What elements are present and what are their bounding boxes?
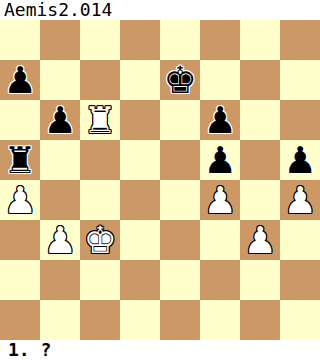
square-a7[interactable]: ♟ xyxy=(0,60,40,100)
black-pawn: ♟ xyxy=(3,62,36,99)
square-g1[interactable] xyxy=(240,300,280,340)
square-c5[interactable] xyxy=(80,140,120,180)
square-g2[interactable] xyxy=(240,260,280,300)
white-pawn: ♟ xyxy=(3,182,36,219)
black-pawn: ♟ xyxy=(203,102,236,139)
black-pawn: ♟ xyxy=(43,102,76,139)
white-pawn: ♟ xyxy=(283,182,316,219)
white-pawn: ♟ xyxy=(203,182,236,219)
white-pawn: ♟ xyxy=(43,222,76,259)
square-a2[interactable] xyxy=(0,260,40,300)
square-e4[interactable] xyxy=(160,180,200,220)
square-g7[interactable] xyxy=(240,60,280,100)
square-f6[interactable]: ♟ xyxy=(200,100,240,140)
square-b3[interactable]: ♟ xyxy=(40,220,80,260)
square-c7[interactable] xyxy=(80,60,120,100)
black-pawn: ♟ xyxy=(283,142,316,179)
square-d8[interactable] xyxy=(120,20,160,60)
square-g3[interactable]: ♟ xyxy=(240,220,280,260)
square-f4[interactable]: ♟ xyxy=(200,180,240,220)
square-h5[interactable]: ♟ xyxy=(280,140,320,180)
square-e8[interactable] xyxy=(160,20,200,60)
square-b8[interactable] xyxy=(40,20,80,60)
square-d3[interactable] xyxy=(120,220,160,260)
square-f1[interactable] xyxy=(200,300,240,340)
black-rook: ♜ xyxy=(3,142,36,179)
white-rook: ♜ xyxy=(83,102,116,139)
move-prompt: 1. ? xyxy=(0,340,320,360)
square-a1[interactable] xyxy=(0,300,40,340)
square-h2[interactable] xyxy=(280,260,320,300)
square-g4[interactable] xyxy=(240,180,280,220)
black-pawn: ♟ xyxy=(203,142,236,179)
square-e5[interactable] xyxy=(160,140,200,180)
square-e3[interactable] xyxy=(160,220,200,260)
black-king: ♚ xyxy=(163,62,196,99)
square-g6[interactable] xyxy=(240,100,280,140)
square-a6[interactable] xyxy=(0,100,40,140)
white-pawn: ♟ xyxy=(243,222,276,259)
square-c6[interactable]: ♜ xyxy=(80,100,120,140)
square-h8[interactable] xyxy=(280,20,320,60)
square-b1[interactable] xyxy=(40,300,80,340)
square-c8[interactable] xyxy=(80,20,120,60)
square-d6[interactable] xyxy=(120,100,160,140)
square-e1[interactable] xyxy=(160,300,200,340)
square-e6[interactable] xyxy=(160,100,200,140)
square-h4[interactable]: ♟ xyxy=(280,180,320,220)
square-b6[interactable]: ♟ xyxy=(40,100,80,140)
square-d4[interactable] xyxy=(120,180,160,220)
square-c4[interactable] xyxy=(80,180,120,220)
square-a8[interactable] xyxy=(0,20,40,60)
square-f7[interactable] xyxy=(200,60,240,100)
square-d2[interactable] xyxy=(120,260,160,300)
square-d7[interactable] xyxy=(120,60,160,100)
square-c3[interactable]: ♚ xyxy=(80,220,120,260)
square-a4[interactable]: ♟ xyxy=(0,180,40,220)
square-b2[interactable] xyxy=(40,260,80,300)
square-c2[interactable] xyxy=(80,260,120,300)
square-h6[interactable] xyxy=(280,100,320,140)
square-b7[interactable] xyxy=(40,60,80,100)
square-g5[interactable] xyxy=(240,140,280,180)
square-h3[interactable] xyxy=(280,220,320,260)
square-d1[interactable] xyxy=(120,300,160,340)
square-b4[interactable] xyxy=(40,180,80,220)
square-f8[interactable] xyxy=(200,20,240,60)
square-b5[interactable] xyxy=(40,140,80,180)
white-king: ♚ xyxy=(83,222,116,259)
square-f2[interactable] xyxy=(200,260,240,300)
square-c1[interactable] xyxy=(80,300,120,340)
square-d5[interactable] xyxy=(120,140,160,180)
square-f5[interactable]: ♟ xyxy=(200,140,240,180)
square-h1[interactable] xyxy=(280,300,320,340)
chess-board: ♟♚♟♜♟♜♟♟♟♟♟♟♚♟ xyxy=(0,20,320,340)
square-a5[interactable]: ♜ xyxy=(0,140,40,180)
square-h7[interactable] xyxy=(280,60,320,100)
square-e2[interactable] xyxy=(160,260,200,300)
diagram-title: Aemis2.014 xyxy=(0,0,320,20)
square-g8[interactable] xyxy=(240,20,280,60)
square-f3[interactable] xyxy=(200,220,240,260)
square-a3[interactable] xyxy=(0,220,40,260)
square-e7[interactable]: ♚ xyxy=(160,60,200,100)
